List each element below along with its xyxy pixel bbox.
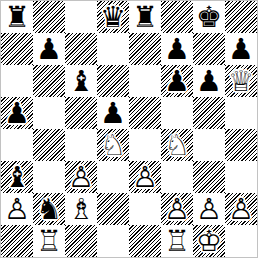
square-c5[interactable] [65,97,97,129]
square-d3[interactable] [97,161,129,193]
square-c7[interactable] [65,33,97,65]
square-a8[interactable]: ♜ [1,1,33,33]
black-pawn: ♟ [161,33,193,65]
square-b5[interactable] [33,97,65,129]
piece-outline-glyph: ♕ [225,65,257,97]
white-knight: ♞♘ [161,129,193,161]
square-b7[interactable]: ♟ [33,33,65,65]
square-d2[interactable] [97,193,129,225]
square-b6[interactable] [33,65,65,97]
square-e4[interactable] [129,129,161,161]
black-queen: ♛ [97,1,129,33]
square-e6[interactable] [129,65,161,97]
black-rook: ♜ [1,1,33,33]
black-rook: ♜ [129,1,161,33]
piece-fill-glyph: ♚ [193,1,225,33]
square-b3[interactable] [33,161,65,193]
square-c8[interactable] [65,1,97,33]
white-pawn: ♟♙ [129,161,161,193]
square-c4[interactable] [65,129,97,161]
square-h8[interactable] [225,1,257,33]
square-c6[interactable]: ♝ [65,65,97,97]
square-g5[interactable] [193,97,225,129]
square-a1[interactable] [1,225,33,257]
square-b8[interactable] [33,1,65,33]
square-f5[interactable] [161,97,193,129]
black-pawn: ♟ [193,65,225,97]
piece-outline-glyph: ♘ [97,129,129,161]
square-h7[interactable]: ♟ [225,33,257,65]
piece-fill-glyph: ♝ [1,161,33,193]
square-f3[interactable] [161,161,193,193]
square-d7[interactable] [97,33,129,65]
white-pawn: ♟♙ [1,193,33,225]
square-f4[interactable]: ♞♘ [161,129,193,161]
square-h3[interactable] [225,161,257,193]
square-g6[interactable]: ♟ [193,65,225,97]
piece-outline-glyph: ♗ [65,193,97,225]
black-pawn: ♟ [225,33,257,65]
piece-fill-glyph: ♟ [161,33,193,65]
square-b4[interactable] [33,129,65,161]
square-f1[interactable]: ♜♖ [161,225,193,257]
piece-outline-glyph: ♙ [161,193,193,225]
square-g1[interactable]: ♚♔ [193,225,225,257]
black-king: ♚ [193,1,225,33]
piece-outline-glyph: ♙ [193,193,225,225]
square-e2[interactable] [129,193,161,225]
white-rook: ♜♖ [161,225,193,257]
white-pawn: ♟♙ [65,161,97,193]
white-rook: ♜♖ [33,225,65,257]
square-b1[interactable]: ♜♖ [33,225,65,257]
square-e5[interactable] [129,97,161,129]
square-d8[interactable]: ♛ [97,1,129,33]
white-pawn: ♟♙ [161,193,193,225]
square-a4[interactable] [1,129,33,161]
piece-outline-glyph: ♙ [1,193,33,225]
square-f2[interactable]: ♟♙ [161,193,193,225]
white-king: ♚♔ [193,225,225,257]
white-pawn: ♟♙ [225,193,257,225]
square-d6[interactable] [97,65,129,97]
black-bishop: ♝ [1,161,33,193]
piece-fill-glyph: ♜ [1,1,33,33]
square-h4[interactable] [225,129,257,161]
square-e7[interactable] [129,33,161,65]
square-a5[interactable]: ♟ [1,97,33,129]
piece-fill-glyph: ♜ [129,1,161,33]
piece-fill-glyph: ♟ [193,65,225,97]
white-knight: ♞♘ [97,129,129,161]
square-e8[interactable]: ♜ [129,1,161,33]
piece-outline-glyph: ♙ [129,161,161,193]
square-c2[interactable]: ♝♗ [65,193,97,225]
black-pawn: ♟ [1,97,33,129]
square-a7[interactable] [1,33,33,65]
square-a3[interactable]: ♝ [1,161,33,193]
square-d5[interactable]: ♟ [97,97,129,129]
square-g4[interactable] [193,129,225,161]
piece-outline-glyph: ♘ [161,129,193,161]
square-f6[interactable]: ♟ [161,65,193,97]
square-d1[interactable] [97,225,129,257]
piece-fill-glyph: ♟ [225,33,257,65]
piece-fill-glyph: ♟ [161,65,193,97]
square-f7[interactable]: ♟ [161,33,193,65]
black-bishop: ♝ [65,65,97,97]
piece-fill-glyph: ♛ [97,1,129,33]
piece-outline-glyph: ♖ [33,225,65,257]
square-h6[interactable]: ♛♕ [225,65,257,97]
square-h5[interactable] [225,97,257,129]
square-h2[interactable]: ♟♙ [225,193,257,225]
piece-fill-glyph: ♞ [33,193,65,225]
piece-fill-glyph: ♟ [1,97,33,129]
piece-outline-glyph: ♖ [161,225,193,257]
piece-outline-glyph: ♙ [65,161,97,193]
white-pawn: ♟♙ [193,193,225,225]
square-g7[interactable] [193,33,225,65]
square-g8[interactable]: ♚ [193,1,225,33]
square-e1[interactable] [129,225,161,257]
square-b2[interactable]: ♞ [33,193,65,225]
square-c3[interactable]: ♟♙ [65,161,97,193]
piece-fill-glyph: ♟ [97,97,129,129]
square-a6[interactable] [1,65,33,97]
square-g2[interactable]: ♟♙ [193,193,225,225]
black-pawn: ♟ [161,65,193,97]
black-pawn: ♟ [97,97,129,129]
black-pawn: ♟ [33,33,65,65]
square-g3[interactable] [193,161,225,193]
square-f8[interactable] [161,1,193,33]
square-e3[interactable]: ♟♙ [129,161,161,193]
square-c1[interactable] [65,225,97,257]
white-queen: ♛♕ [225,65,257,97]
black-knight: ♞ [33,193,65,225]
piece-fill-glyph: ♟ [33,33,65,65]
piece-outline-glyph: ♙ [225,193,257,225]
piece-fill-glyph: ♝ [65,65,97,97]
piece-outline-glyph: ♔ [193,225,225,257]
chess-board: ♜♛♜♚♟♟♟♝♟♟♛♕♟♟♞♘♞♘♝♟♙♟♙♟♙♞♝♗♟♙♟♙♟♙♜♖♜♖♚♔ [0,0,258,258]
square-a2[interactable]: ♟♙ [1,193,33,225]
square-h1[interactable] [225,225,257,257]
white-bishop: ♝♗ [65,193,97,225]
square-d4[interactable]: ♞♘ [97,129,129,161]
